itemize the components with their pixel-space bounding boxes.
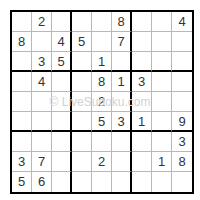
cell-r3c3[interactable]: 5 bbox=[52, 52, 72, 72]
cell-r4c8[interactable] bbox=[152, 72, 172, 92]
cell-r7c7[interactable] bbox=[132, 132, 152, 152]
cell-r4c2[interactable]: 4 bbox=[32, 72, 52, 92]
cell-r6c7[interactable]: 1 bbox=[132, 112, 152, 132]
cell-r4c5[interactable]: 8 bbox=[92, 72, 112, 92]
cell-r1c5[interactable] bbox=[92, 12, 112, 32]
cell-r4c4[interactable] bbox=[72, 72, 92, 92]
cell-r6c8[interactable] bbox=[152, 112, 172, 132]
cell-r7c6[interactable] bbox=[112, 132, 132, 152]
cell-r5c4[interactable] bbox=[72, 92, 92, 112]
cell-r4c3[interactable] bbox=[52, 72, 72, 92]
cell-r1c2[interactable]: 2 bbox=[32, 12, 52, 32]
cell-r2c2[interactable] bbox=[32, 32, 52, 52]
cell-r4c9[interactable] bbox=[172, 72, 192, 92]
cell-r7c2[interactable] bbox=[32, 132, 52, 152]
cell-r3c4[interactable] bbox=[72, 52, 92, 72]
cell-r8c9[interactable]: 8 bbox=[172, 152, 192, 172]
sudoku-board: 284845735148132531933721856 bbox=[10, 10, 194, 194]
cell-r1c4[interactable] bbox=[72, 12, 92, 32]
cell-r2c9[interactable] bbox=[172, 32, 192, 52]
cell-r1c7[interactable] bbox=[132, 12, 152, 32]
cell-r7c5[interactable] bbox=[92, 132, 112, 152]
cell-r1c6[interactable]: 8 bbox=[112, 12, 132, 32]
cell-r3c6[interactable] bbox=[112, 52, 132, 72]
cell-r6c4[interactable] bbox=[72, 112, 92, 132]
cell-r7c3[interactable] bbox=[52, 132, 72, 152]
cell-r2c3[interactable]: 4 bbox=[52, 32, 72, 52]
cell-r8c8[interactable]: 1 bbox=[152, 152, 172, 172]
cell-r8c3[interactable] bbox=[52, 152, 72, 172]
cell-r1c8[interactable] bbox=[152, 12, 172, 32]
cell-r6c2[interactable] bbox=[32, 112, 52, 132]
cell-r5c1[interactable] bbox=[12, 92, 32, 112]
cell-r3c8[interactable] bbox=[152, 52, 172, 72]
cell-r3c2[interactable]: 3 bbox=[32, 52, 52, 72]
cell-r7c8[interactable] bbox=[152, 132, 172, 152]
cell-r3c1[interactable] bbox=[12, 52, 32, 72]
cell-r9c6[interactable] bbox=[112, 172, 132, 192]
cell-r6c3[interactable] bbox=[52, 112, 72, 132]
cell-r6c6[interactable]: 3 bbox=[112, 112, 132, 132]
cell-r9c1[interactable]: 5 bbox=[12, 172, 32, 192]
cell-r7c1[interactable] bbox=[12, 132, 32, 152]
cell-r3c9[interactable] bbox=[172, 52, 192, 72]
cell-r8c2[interactable]: 7 bbox=[32, 152, 52, 172]
cell-r9c2[interactable]: 6 bbox=[32, 172, 52, 192]
cell-r7c9[interactable]: 3 bbox=[172, 132, 192, 152]
cell-r8c5[interactable]: 2 bbox=[92, 152, 112, 172]
cell-r9c7[interactable] bbox=[132, 172, 152, 192]
cell-r3c5[interactable]: 1 bbox=[92, 52, 112, 72]
cell-r5c8[interactable] bbox=[152, 92, 172, 112]
cell-r4c7[interactable]: 3 bbox=[132, 72, 152, 92]
cell-r9c3[interactable] bbox=[52, 172, 72, 192]
sudoku-page: 284845735148132531933721856 © LiveSudoku… bbox=[0, 0, 200, 200]
cell-r1c1[interactable] bbox=[12, 12, 32, 32]
cell-r5c9[interactable] bbox=[172, 92, 192, 112]
cell-r4c1[interactable] bbox=[12, 72, 32, 92]
cell-r8c4[interactable] bbox=[72, 152, 92, 172]
cell-r2c8[interactable] bbox=[152, 32, 172, 52]
cell-r5c3[interactable] bbox=[52, 92, 72, 112]
cell-r5c5[interactable]: 2 bbox=[92, 92, 112, 112]
cell-r8c1[interactable]: 3 bbox=[12, 152, 32, 172]
cell-r9c4[interactable] bbox=[72, 172, 92, 192]
cell-r1c3[interactable] bbox=[52, 12, 72, 32]
cell-r5c6[interactable] bbox=[112, 92, 132, 112]
cell-r2c5[interactable] bbox=[92, 32, 112, 52]
cell-r9c5[interactable] bbox=[92, 172, 112, 192]
cell-r2c7[interactable] bbox=[132, 32, 152, 52]
cell-r2c4[interactable]: 5 bbox=[72, 32, 92, 52]
cell-r7c4[interactable] bbox=[72, 132, 92, 152]
cell-r4c6[interactable]: 1 bbox=[112, 72, 132, 92]
cell-r8c7[interactable] bbox=[132, 152, 152, 172]
cell-r8c6[interactable] bbox=[112, 152, 132, 172]
cell-r2c6[interactable]: 7 bbox=[112, 32, 132, 52]
cell-r6c1[interactable] bbox=[12, 112, 32, 132]
cell-r9c8[interactable] bbox=[152, 172, 172, 192]
cell-r6c5[interactable]: 5 bbox=[92, 112, 112, 132]
cell-r2c1[interactable]: 8 bbox=[12, 32, 32, 52]
cell-r9c9[interactable] bbox=[172, 172, 192, 192]
cell-r5c2[interactable] bbox=[32, 92, 52, 112]
cell-r3c7[interactable] bbox=[132, 52, 152, 72]
cell-r6c9[interactable]: 9 bbox=[172, 112, 192, 132]
cell-r5c7[interactable] bbox=[132, 92, 152, 112]
cell-r1c9[interactable]: 4 bbox=[172, 12, 192, 32]
